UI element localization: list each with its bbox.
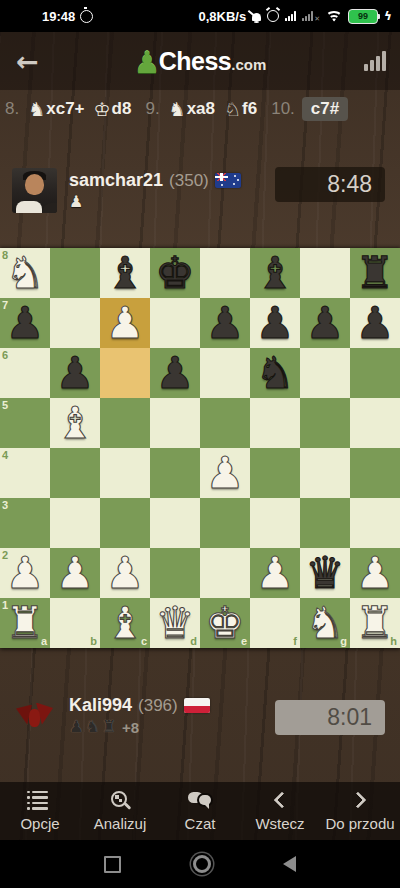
player-top-clock: 8:48	[275, 167, 385, 202]
square-g2[interactable]: ♛	[300, 548, 350, 598]
square-a5[interactable]: 5	[0, 398, 50, 448]
black-pawn-h7: ♟	[350, 298, 400, 348]
white-bishop-b5: ♝	[50, 398, 100, 448]
home-circle-icon[interactable]	[193, 855, 211, 873]
black-pawn-b6: ♟	[50, 348, 100, 398]
player-top[interactable]: samchar21 (350) ♟ 8:48	[0, 160, 400, 220]
toolbar-label: Do przodu	[325, 815, 394, 832]
square-g8[interactable]	[300, 248, 350, 298]
square-b1[interactable]: b	[50, 598, 100, 648]
move-list: 8.♞xc7+♔d89.♞xa8♘f610.c7#	[0, 90, 400, 128]
file-label-b: b	[90, 635, 97, 647]
poland-flag-icon	[184, 698, 210, 713]
square-h7[interactable]: ♟	[350, 298, 400, 348]
move-san: xc7+	[46, 99, 84, 119]
charging-bolt-icon: ϟ	[384, 9, 392, 23]
captured-white-pawn-icon: ♟	[69, 194, 83, 210]
square-e6[interactable]	[200, 348, 250, 398]
black-king-d8: ♚	[150, 248, 200, 298]
connection-bars-icon[interactable]	[364, 51, 386, 71]
square-c3[interactable]	[100, 498, 150, 548]
chesscom-logo: ♟ Chess .com	[134, 47, 266, 76]
move-san: f6	[242, 99, 257, 119]
white-pawn-c7: ♟	[100, 298, 150, 348]
square-g7[interactable]: ♟	[300, 298, 350, 348]
square-f3[interactable]	[250, 498, 300, 548]
stopwatch-icon	[80, 10, 93, 23]
square-f2[interactable]: ♟	[250, 548, 300, 598]
move-xc7+[interactable]: ♞xc7+	[28, 98, 84, 120]
muted-bell-icon	[252, 13, 261, 21]
game-toolbar: OpcjeAnalizujCzatWsteczDo przodu	[0, 782, 400, 840]
move-san: xa8	[187, 99, 215, 119]
square-c7[interactable]: ♟	[100, 298, 150, 348]
black-pawn-f7: ♟	[250, 298, 300, 348]
avatar-samchar21[interactable]	[12, 168, 57, 213]
file-label-d: d	[190, 635, 197, 647]
square-h2[interactable]: ♟	[350, 548, 400, 598]
square-g1[interactable]: g♞	[300, 598, 350, 648]
toolbar-opcje[interactable]: Opcje	[0, 782, 80, 840]
square-g4[interactable]	[300, 448, 350, 498]
black-knight-figurine-icon: ♘	[224, 98, 241, 120]
signal-bars-icon	[285, 11, 296, 21]
material-advantage: +8	[122, 720, 139, 735]
status-bar: 19:48 0,8KB/s ✕ 99 ϟ	[0, 0, 400, 32]
square-e2[interactable]	[200, 548, 250, 598]
square-d2[interactable]	[150, 548, 200, 598]
square-d8[interactable]: ♚	[150, 248, 200, 298]
white-pawn-h2: ♟	[350, 548, 400, 598]
file-label-e: e	[241, 635, 247, 647]
square-e3[interactable]	[200, 498, 250, 548]
square-b5[interactable]: ♝	[50, 398, 100, 448]
file-label-c: c	[141, 635, 147, 647]
captured-black-rook-icon: ♜	[102, 719, 116, 735]
square-h1[interactable]: h♜	[350, 598, 400, 648]
square-d4[interactable]	[150, 448, 200, 498]
square-c6[interactable]	[100, 348, 150, 398]
square-f8[interactable]: ♝	[250, 248, 300, 298]
square-d3[interactable]	[150, 498, 200, 548]
android-nav-bar	[0, 840, 400, 888]
square-b7[interactable]	[50, 298, 100, 348]
status-time: 19:48	[42, 9, 75, 24]
recents-square-icon[interactable]	[104, 856, 121, 873]
white-pawn-c2: ♟	[100, 548, 150, 598]
black-knight-f6: ♞	[250, 348, 300, 398]
square-e5[interactable]	[200, 398, 250, 448]
toolbar-label: Wstecz	[255, 815, 304, 832]
white-pawn-b2: ♟	[50, 548, 100, 598]
back-triangle-icon[interactable]	[283, 856, 296, 872]
signal-bars-2-icon: ✕	[302, 11, 320, 21]
rank-label-4: 4	[2, 449, 8, 461]
white-pawn-e4: ♟	[200, 448, 250, 498]
square-f7[interactable]: ♟	[250, 298, 300, 348]
wifi-icon	[326, 11, 342, 22]
black-queen-g2: ♛	[300, 548, 350, 598]
black-bishop-c8: ♝	[100, 248, 150, 298]
file-label-f: f	[293, 635, 297, 647]
square-b6[interactable]: ♟	[50, 348, 100, 398]
square-f1[interactable]: f	[250, 598, 300, 648]
black-rook-h8: ♜	[350, 248, 400, 298]
rank-label-2: 2	[2, 549, 8, 561]
player-bottom-name[interactable]: Kali994	[69, 695, 132, 716]
square-f6[interactable]: ♞	[250, 348, 300, 398]
square-g3[interactable]	[300, 498, 350, 548]
square-b4[interactable]	[50, 448, 100, 498]
move-c7#[interactable]: c7#	[302, 97, 348, 121]
square-d7[interactable]	[150, 298, 200, 348]
square-b3[interactable]	[50, 498, 100, 548]
captured-black-pawn-icon: ♟	[69, 719, 83, 735]
square-a3[interactable]: 3	[0, 498, 50, 548]
square-d6[interactable]: ♟	[150, 348, 200, 398]
app-header: ← ♟ Chess .com	[0, 32, 400, 90]
square-c8[interactable]: ♝	[100, 248, 150, 298]
square-c2[interactable]: ♟	[100, 548, 150, 598]
player-top-name[interactable]: samchar21	[69, 170, 163, 191]
square-e1[interactable]: e♚	[200, 598, 250, 648]
square-e4[interactable]: ♟	[200, 448, 250, 498]
square-d1[interactable]: d♛	[150, 598, 200, 648]
square-b8[interactable]	[50, 248, 100, 298]
square-f4[interactable]	[250, 448, 300, 498]
player-bottom[interactable]: Kali994 (396) ♟♞♜+8 8:01	[0, 683, 400, 747]
rank-label-7: 7	[2, 299, 8, 311]
square-h5[interactable]	[350, 398, 400, 448]
rank-label-8: 8	[2, 249, 8, 261]
move-san: c7#	[311, 99, 339, 119]
chevron-right-icon	[352, 790, 368, 810]
chat-bubbles-icon	[188, 790, 212, 810]
square-c5[interactable]	[100, 398, 150, 448]
square-e8[interactable]	[200, 248, 250, 298]
square-a2[interactable]: 2♟	[0, 548, 50, 598]
move-san: d8	[112, 99, 132, 119]
square-a7[interactable]: 7♟	[0, 298, 50, 348]
analyze-magnifier-icon	[110, 790, 130, 810]
white-pawn-f2: ♟	[250, 548, 300, 598]
back-arrow-icon[interactable]: ←	[16, 48, 39, 75]
network-speed: 0,8KB/s	[199, 9, 247, 24]
move-xa8[interactable]: ♞xa8	[169, 98, 215, 120]
battery-icon: 99	[348, 9, 378, 24]
square-a6[interactable]: 6	[0, 348, 50, 398]
square-f5[interactable]	[250, 398, 300, 448]
square-b2[interactable]: ♟	[50, 548, 100, 598]
toolbar-do-przodu[interactable]: Do przodu	[320, 782, 400, 840]
logo-text: Chess	[159, 47, 232, 76]
black-bishop-f8: ♝	[250, 248, 300, 298]
player-bottom-rating: (396)	[138, 696, 178, 716]
logo-suffix: .com	[231, 56, 266, 73]
square-h3[interactable]	[350, 498, 400, 548]
move-number: 8.	[5, 99, 19, 119]
player-top-rating: (350)	[169, 171, 209, 191]
square-g6[interactable]	[300, 348, 350, 398]
file-label-g: g	[340, 635, 347, 647]
player-bottom-clock: 8:01	[275, 700, 385, 735]
toolbar-label: Opcje	[20, 815, 59, 832]
rank-label-5: 5	[2, 399, 8, 411]
move-number: 9.	[145, 99, 159, 119]
square-h8[interactable]: ♜	[350, 248, 400, 298]
black-pawn-d6: ♟	[150, 348, 200, 398]
chess-board[interactable]: 8♞♝♚♝♜7♟♟♟♟♟♟6♟♟♞5♝4♟32♟♟♟♟♛♟1a♜bc♝d♛e♚f…	[0, 248, 400, 648]
square-h6[interactable]	[350, 348, 400, 398]
file-label-h: h	[390, 635, 397, 647]
black-pawn-e7: ♟	[200, 298, 250, 348]
file-label-a: a	[41, 635, 47, 647]
rank-label-3: 3	[2, 499, 8, 511]
avatar-kali994[interactable]	[12, 693, 57, 738]
toolbar-label: Analizuj	[94, 815, 147, 832]
square-a8[interactable]: 8♞	[0, 248, 50, 298]
black-king-figurine-icon: ♔	[94, 98, 111, 120]
move-f6[interactable]: ♘f6	[224, 98, 257, 120]
alarm-clock-icon	[267, 10, 279, 22]
toolbar-wstecz[interactable]: Wstecz	[240, 782, 320, 840]
square-e7[interactable]: ♟	[200, 298, 250, 348]
toolbar-label: Czat	[185, 815, 216, 832]
australia-flag-icon	[215, 173, 241, 188]
move-number: 10.	[271, 99, 295, 119]
captured-black-knight-icon: ♞	[85, 719, 99, 735]
square-a4[interactable]: 4	[0, 448, 50, 498]
black-pawn-g7: ♟	[300, 298, 350, 348]
toolbar-analizuj[interactable]: Analizuj	[80, 782, 160, 840]
square-d5[interactable]	[150, 398, 200, 448]
player-bottom-captured: ♟♞♜+8	[69, 719, 210, 735]
white-knight-figurine-icon: ♞	[28, 98, 45, 120]
square-g5[interactable]	[300, 398, 350, 448]
square-a1[interactable]: 1a♜	[0, 598, 50, 648]
square-c1[interactable]: c♝	[100, 598, 150, 648]
options-list-icon	[32, 790, 48, 810]
white-knight-figurine-icon: ♞	[169, 98, 186, 120]
player-top-captured: ♟	[69, 194, 241, 210]
square-h4[interactable]	[350, 448, 400, 498]
square-c4[interactable]	[100, 448, 150, 498]
move-d8[interactable]: ♔d8	[94, 98, 132, 120]
rank-label-1: 1	[2, 599, 8, 611]
chevron-left-icon	[272, 790, 288, 810]
rank-label-6: 6	[2, 349, 8, 361]
toolbar-czat[interactable]: Czat	[160, 782, 240, 840]
